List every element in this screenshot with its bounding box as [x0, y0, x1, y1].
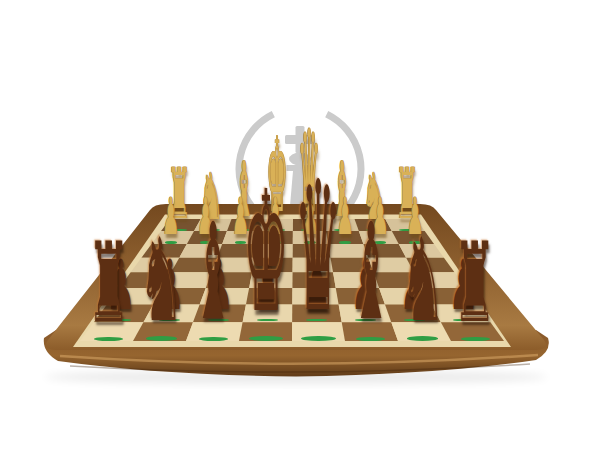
square-f3 — [217, 244, 257, 258]
square-g6 — [153, 288, 206, 305]
square-c3 — [328, 244, 368, 258]
square-b3 — [363, 244, 406, 258]
square-e4 — [252, 258, 293, 273]
square-f4 — [212, 258, 255, 273]
square-b5 — [374, 272, 423, 288]
square-f6 — [200, 288, 250, 305]
square-e1 — [260, 219, 293, 231]
square-e3 — [255, 244, 293, 258]
square-c5 — [333, 272, 379, 288]
square-f2 — [222, 231, 260, 244]
square-e2 — [257, 231, 292, 244]
square-c7 — [339, 305, 392, 323]
square-b6 — [379, 288, 431, 305]
square-g8 — [133, 322, 193, 341]
square-d4 — [293, 258, 333, 273]
square-d2 — [293, 231, 328, 244]
square-e5 — [249, 272, 292, 288]
square-f7 — [193, 305, 246, 323]
square-e6 — [246, 288, 292, 305]
square-d8 — [292, 322, 345, 341]
square-b8 — [391, 322, 451, 341]
square-c8 — [342, 322, 398, 341]
square-c4 — [330, 258, 373, 273]
square-d6 — [292, 288, 338, 305]
square-b4 — [368, 258, 414, 273]
square-g7 — [143, 305, 199, 323]
square-f1 — [227, 219, 262, 231]
square-b1 — [355, 219, 392, 231]
square-d3 — [293, 244, 331, 258]
square-f8 — [186, 322, 243, 341]
square-e8 — [239, 322, 292, 341]
chess-set-photo: ♜♞♝♛♚♝♞♜♟♟♟♟♟♟♟♟♟♟♟♟♟♟♟♟♜♞♝♛♚♝♞♜ — [0, 0, 600, 450]
square-b7 — [385, 305, 441, 323]
square-e7 — [243, 305, 293, 323]
square-c6 — [336, 288, 385, 305]
square-c1 — [324, 219, 359, 231]
square-d5 — [292, 272, 335, 288]
chess-board — [0, 0, 600, 450]
square-d7 — [292, 305, 342, 323]
square-c2 — [326, 231, 364, 244]
square-g5 — [162, 272, 211, 288]
square-f5 — [206, 272, 252, 288]
square-b2 — [359, 231, 399, 244]
square-d1 — [293, 219, 326, 231]
